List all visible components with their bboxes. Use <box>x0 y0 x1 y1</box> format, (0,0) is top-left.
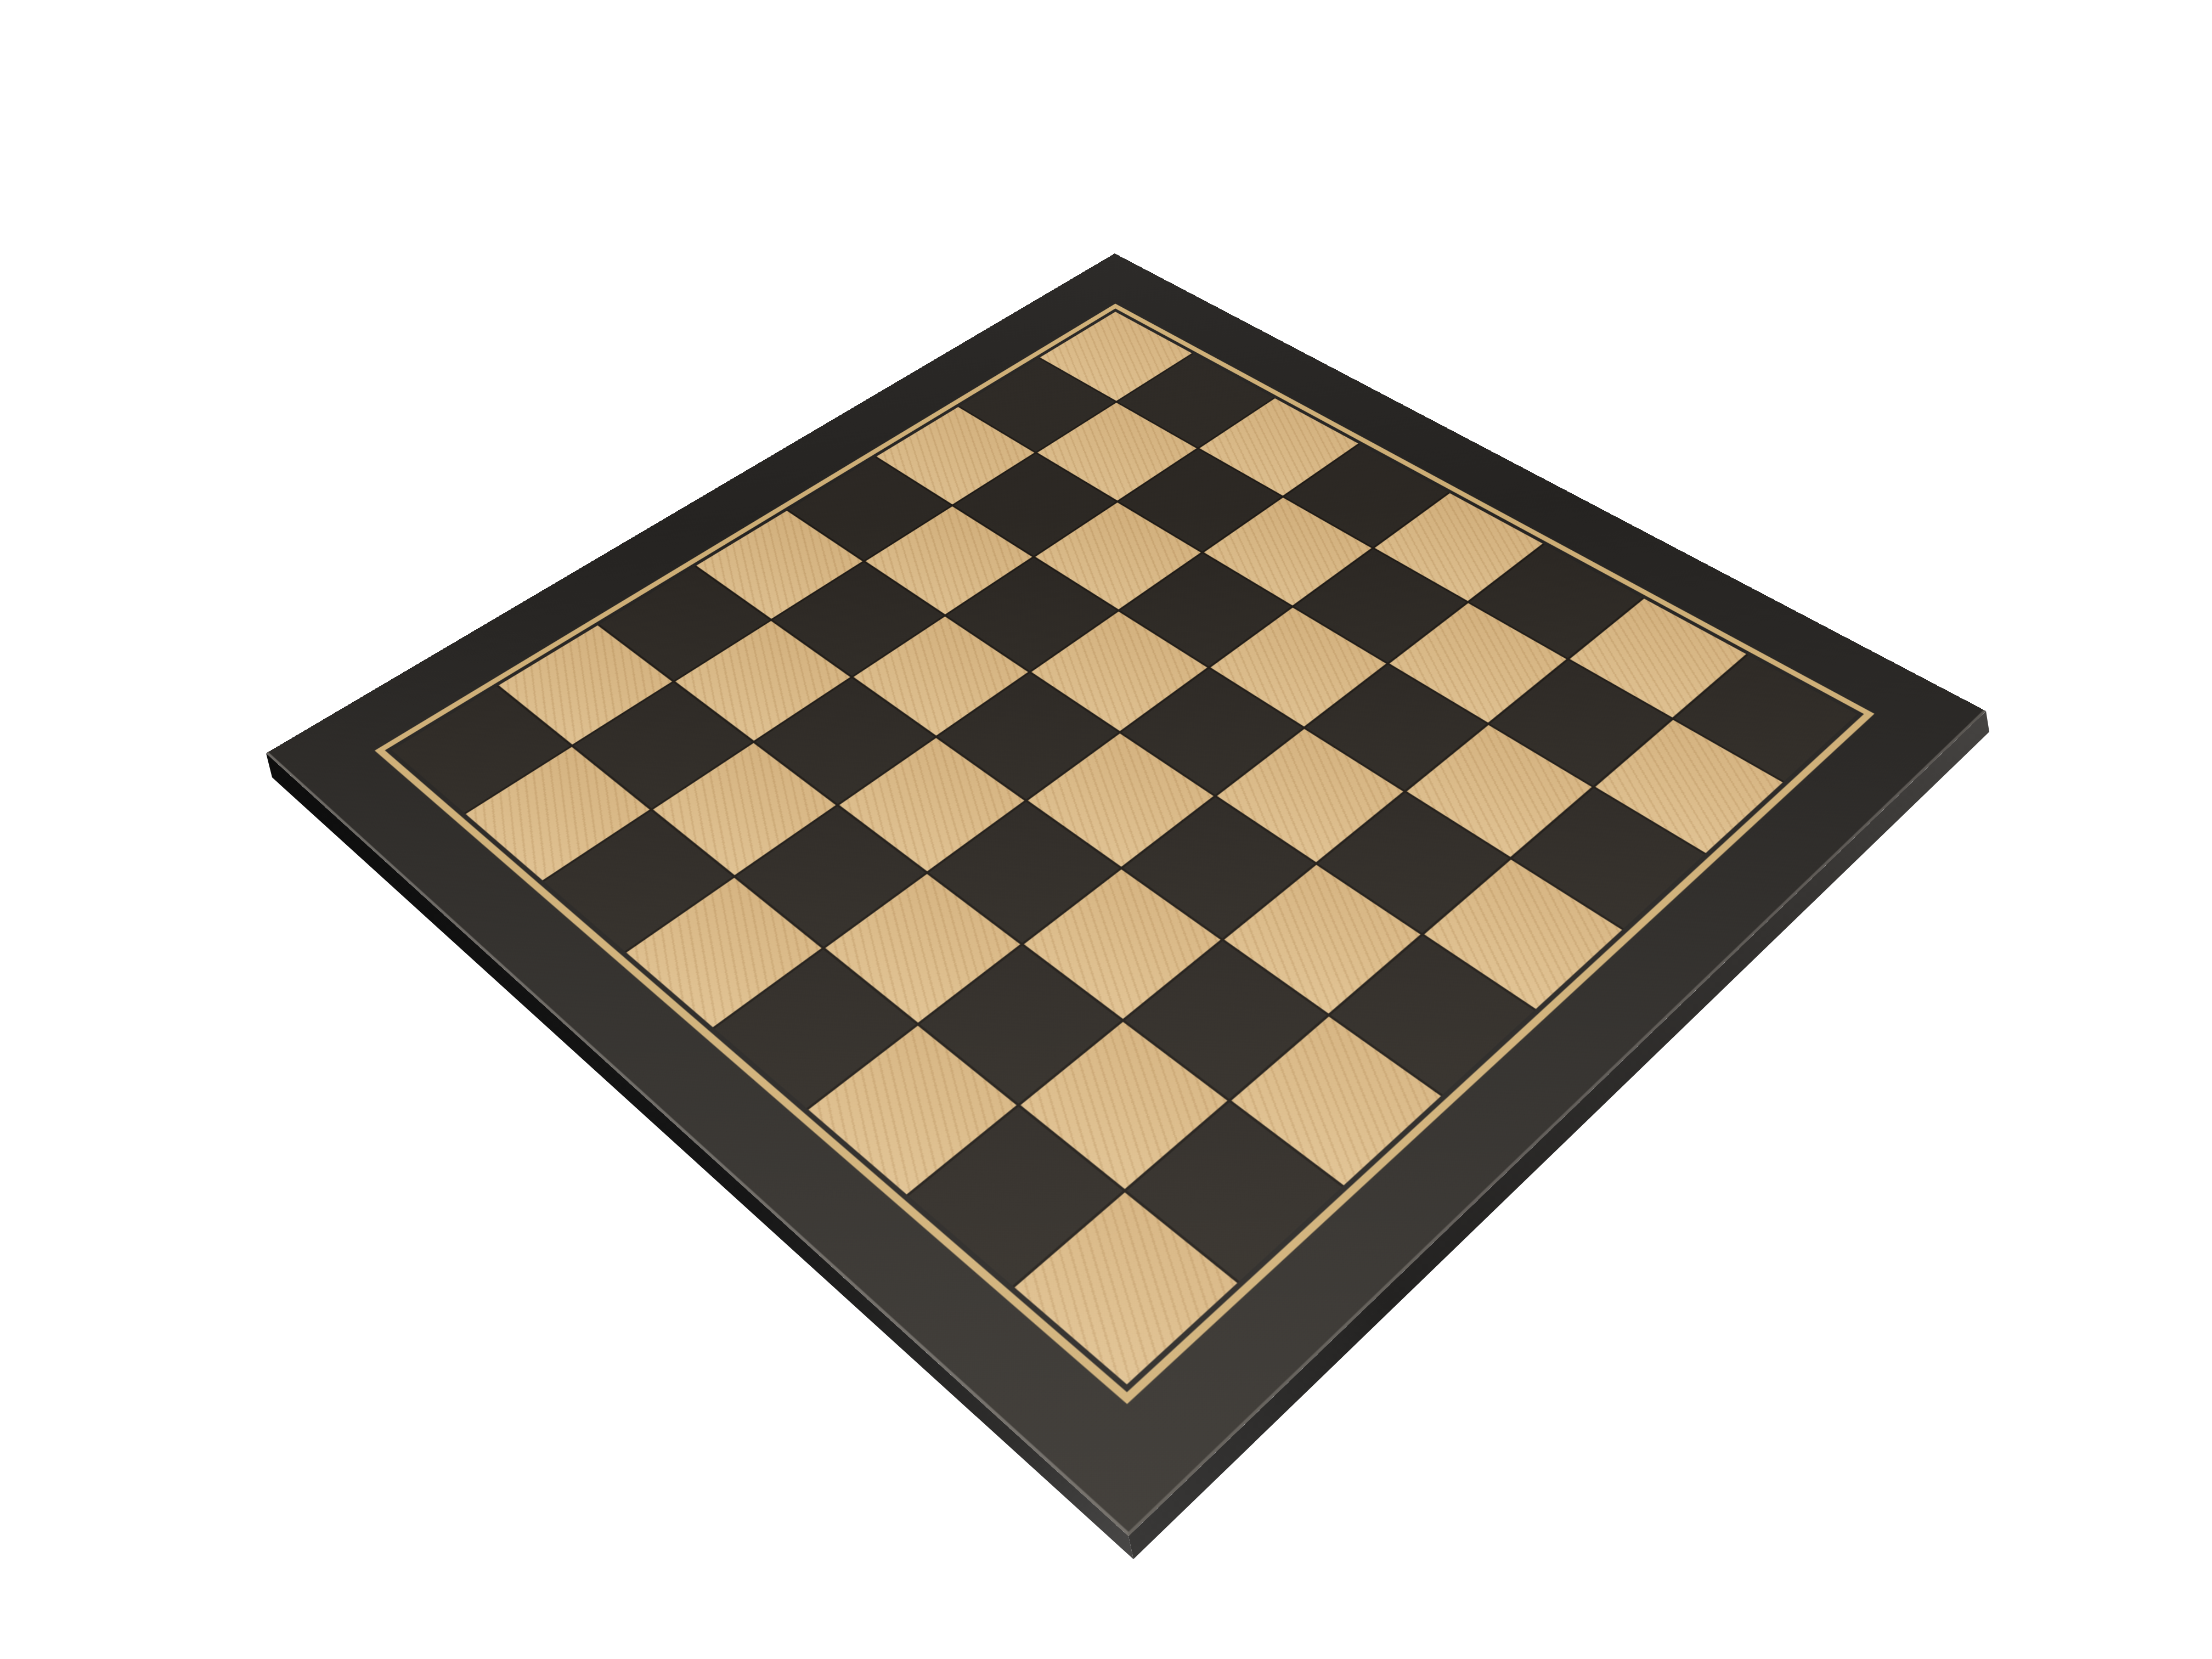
chess-board-product-photo <box>0 0 2212 1659</box>
